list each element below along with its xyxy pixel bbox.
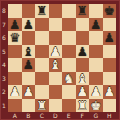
piece-black-pawn-b4[interactable]: ♟ <box>23 58 34 72</box>
rank-labels: 87654321 <box>0 4 8 112</box>
rank-label-5: 5 <box>0 45 8 59</box>
square-d1[interactable] <box>49 99 63 113</box>
square-e5[interactable] <box>62 45 76 59</box>
square-c7[interactable] <box>35 18 49 32</box>
rank-label-6: 6 <box>0 31 8 45</box>
file-label-g: G <box>89 112 103 120</box>
square-h5[interactable] <box>103 45 117 59</box>
piece-white-rook-c1[interactable]: ♜ <box>36 98 47 112</box>
piece-black-pawn-f5[interactable]: ♟ <box>77 44 88 58</box>
square-g5[interactable] <box>89 45 103 59</box>
piece-white-pawn-h2[interactable]: ♟ <box>104 85 115 99</box>
square-d4[interactable]: ♝ <box>49 58 63 72</box>
rank-label-8: 8 <box>0 4 8 18</box>
rank-label-4: 4 <box>0 58 8 72</box>
piece-white-pawn-g2[interactable]: ♟ <box>90 85 101 99</box>
square-g1[interactable]: ♚ <box>89 99 103 113</box>
square-d2[interactable] <box>49 85 63 99</box>
piece-white-pawn-f2[interactable]: ♟ <box>77 85 88 99</box>
square-c4[interactable] <box>35 58 49 72</box>
square-f1[interactable]: ♜ <box>76 99 90 113</box>
square-b1[interactable] <box>22 99 36 113</box>
piece-black-pawn-h6[interactable]: ♟ <box>104 31 115 45</box>
square-h6[interactable]: ♟ <box>103 31 117 45</box>
square-f7[interactable] <box>76 18 90 32</box>
file-label-f: F <box>76 112 90 120</box>
square-e1[interactable] <box>62 99 76 113</box>
square-e7[interactable] <box>62 18 76 32</box>
square-g4[interactable] <box>89 58 103 72</box>
piece-white-pawn-d5[interactable]: ♟ <box>50 44 61 58</box>
file-label-c: C <box>35 112 49 120</box>
file-label-h: H <box>103 112 117 120</box>
piece-white-bishop-d4[interactable]: ♝ <box>50 58 61 72</box>
square-b7[interactable]: ♟ <box>22 18 36 32</box>
square-e3[interactable]: ♞ <box>62 72 76 86</box>
file-label-a: A <box>8 112 22 120</box>
square-d8[interactable] <box>49 4 63 18</box>
rank-label-2: 2 <box>0 85 8 99</box>
square-g6[interactable] <box>89 31 103 45</box>
file-label-d: D <box>49 112 63 120</box>
square-h2[interactable]: ♟ <box>103 85 117 99</box>
piece-black-pawn-b7[interactable]: ♟ <box>23 17 34 31</box>
piece-white-knight-e3[interactable]: ♞ <box>63 71 74 85</box>
square-d3[interactable] <box>49 72 63 86</box>
piece-black-rook-f8[interactable]: ♜ <box>77 4 88 18</box>
square-b2[interactable]: ♟ <box>22 85 36 99</box>
square-b4[interactable]: ♟ <box>22 58 36 72</box>
rank-label-7: 7 <box>0 18 8 32</box>
square-e8[interactable] <box>62 4 76 18</box>
square-h4[interactable] <box>103 58 117 72</box>
file-label-e: E <box>62 112 76 120</box>
piece-black-pawn-a7[interactable]: ♟ <box>9 17 20 31</box>
square-e2[interactable] <box>62 85 76 99</box>
chess-board[interactable]: ♜♜♚♟♟♟♛♟♝♟♟♟♝♞♝♟♟♟♟♟♜♜♚ <box>8 4 116 112</box>
square-h8[interactable]: ♚ <box>103 4 117 18</box>
piece-black-pawn-g7[interactable]: ♟ <box>90 17 101 31</box>
piece-white-rook-f1[interactable]: ♜ <box>77 98 88 112</box>
rank-label-1: 1 <box>0 99 8 113</box>
square-c3[interactable] <box>35 72 49 86</box>
piece-black-rook-c8[interactable]: ♜ <box>36 4 47 18</box>
square-a6[interactable]: ♛ <box>8 31 22 45</box>
square-d7[interactable] <box>49 18 63 32</box>
square-c1[interactable]: ♜ <box>35 99 49 113</box>
piece-white-bishop-f3[interactable]: ♝ <box>77 71 88 85</box>
square-h1[interactable] <box>103 99 117 113</box>
square-e6[interactable] <box>62 31 76 45</box>
piece-black-bishop-b5[interactable]: ♝ <box>23 44 34 58</box>
file-labels: ABCDEFGH <box>8 112 116 120</box>
piece-black-queen-a6[interactable]: ♛ <box>9 31 20 45</box>
square-a5[interactable] <box>8 45 22 59</box>
piece-black-king-h8[interactable]: ♚ <box>104 4 115 18</box>
piece-white-pawn-a2[interactable]: ♟ <box>9 85 20 99</box>
square-c8[interactable]: ♜ <box>35 4 49 18</box>
square-f8[interactable]: ♜ <box>76 4 90 18</box>
square-a4[interactable] <box>8 58 22 72</box>
file-label-b: B <box>22 112 36 120</box>
rank-label-3: 3 <box>0 72 8 86</box>
square-a1[interactable] <box>8 99 22 113</box>
square-g7[interactable]: ♟ <box>89 18 103 32</box>
piece-white-king-g1[interactable]: ♚ <box>90 98 101 112</box>
chess-board-frame: 87654321 ♜♜♚♟♟♟♛♟♝♟♟♟♝♞♝♟♟♟♟♟♜♜♚ ABCDEFG… <box>0 0 120 120</box>
square-f5[interactable]: ♟ <box>76 45 90 59</box>
square-c6[interactable] <box>35 31 49 45</box>
square-c5[interactable] <box>35 45 49 59</box>
square-a2[interactable]: ♟ <box>8 85 22 99</box>
piece-white-pawn-b2[interactable]: ♟ <box>23 85 34 99</box>
